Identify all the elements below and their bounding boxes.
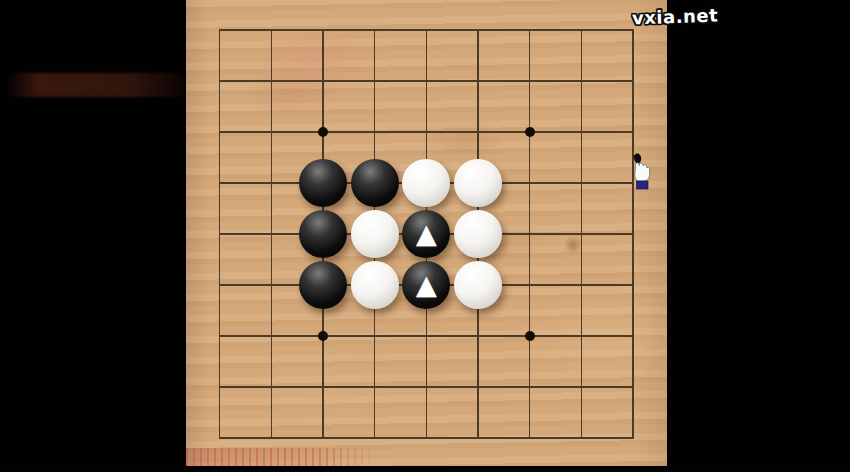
star-point <box>318 127 328 137</box>
video-artifact-streaks <box>186 448 381 466</box>
hand-pointer-cursor <box>629 152 653 190</box>
stone-white[interactable] <box>454 261 502 309</box>
go-board[interactable]: ▲▲ <box>186 0 667 467</box>
star-point <box>525 127 535 137</box>
triangle-mark: ▲ <box>416 220 437 247</box>
triangle-mark: ▲ <box>416 271 437 298</box>
video-frame: ▲▲ vxia.net <box>0 0 850 472</box>
stone-white[interactable] <box>454 159 502 207</box>
stone-white[interactable] <box>351 261 399 309</box>
stone-white[interactable] <box>351 210 399 258</box>
grid-line-horizontal <box>219 335 634 336</box>
stone-black-marked[interactable]: ▲ <box>402 210 450 258</box>
star-point <box>525 331 535 341</box>
grid-line-vertical <box>632 29 633 438</box>
letterbox-left <box>0 0 186 472</box>
star-point <box>318 331 328 341</box>
stone-black[interactable] <box>351 159 399 207</box>
grid-line-horizontal <box>219 386 634 387</box>
stone-white[interactable] <box>454 210 502 258</box>
site-watermark: vxia.net <box>632 5 719 29</box>
grid-line-horizontal <box>219 437 634 438</box>
stone-white[interactable] <box>402 159 450 207</box>
stone-black[interactable] <box>299 159 347 207</box>
bottom-letterbox-strip <box>0 466 850 472</box>
stone-black[interactable] <box>299 210 347 258</box>
grid-line-vertical <box>529 29 530 438</box>
hand-pointer-icon <box>629 152 653 190</box>
stone-black-marked[interactable]: ▲ <box>402 261 450 309</box>
video-artifact-band <box>6 73 184 97</box>
grid-line-vertical <box>581 29 582 438</box>
stone-black[interactable] <box>299 261 347 309</box>
letterbox-right <box>667 0 850 472</box>
